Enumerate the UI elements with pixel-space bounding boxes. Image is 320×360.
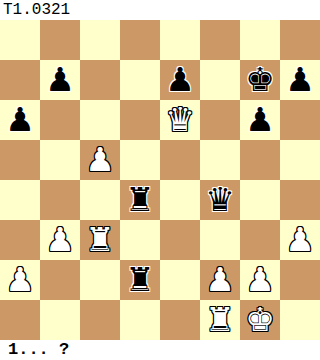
square-f7[interactable] bbox=[200, 60, 240, 100]
piece-black-pawn-b7[interactable]: ♟ bbox=[45, 60, 75, 100]
piece-white-pawn-a2[interactable]: ♟ bbox=[5, 260, 35, 300]
square-a8[interactable] bbox=[0, 20, 40, 60]
square-d8[interactable] bbox=[120, 20, 160, 60]
square-b1[interactable] bbox=[40, 300, 80, 340]
square-e8[interactable] bbox=[160, 20, 200, 60]
square-c8[interactable] bbox=[80, 20, 120, 60]
square-h3[interactable]: ♟ bbox=[280, 220, 320, 260]
square-e6[interactable]: ♛ bbox=[160, 100, 200, 140]
square-d4[interactable]: ♜ bbox=[120, 180, 160, 220]
status-bar: 1... ? bbox=[0, 340, 320, 360]
title-bar: T1.0321 bbox=[0, 0, 320, 20]
square-f1[interactable]: ♜ bbox=[200, 300, 240, 340]
piece-white-rook-c3[interactable]: ♜ bbox=[85, 220, 115, 260]
square-e4[interactable] bbox=[160, 180, 200, 220]
square-g8[interactable] bbox=[240, 20, 280, 60]
piece-white-pawn-f2[interactable]: ♟ bbox=[205, 260, 235, 300]
square-e5[interactable] bbox=[160, 140, 200, 180]
piece-white-king-g1[interactable]: ♚ bbox=[245, 300, 275, 340]
square-c7[interactable] bbox=[80, 60, 120, 100]
square-a3[interactable] bbox=[0, 220, 40, 260]
square-c4[interactable] bbox=[80, 180, 120, 220]
square-a6[interactable]: ♟ bbox=[0, 100, 40, 140]
square-d1[interactable] bbox=[120, 300, 160, 340]
square-b5[interactable] bbox=[40, 140, 80, 180]
square-f3[interactable] bbox=[200, 220, 240, 260]
square-a2[interactable]: ♟ bbox=[0, 260, 40, 300]
piece-white-pawn-b3[interactable]: ♟ bbox=[45, 220, 75, 260]
square-f4[interactable]: ♛ bbox=[200, 180, 240, 220]
square-e1[interactable] bbox=[160, 300, 200, 340]
square-a4[interactable] bbox=[0, 180, 40, 220]
square-a5[interactable] bbox=[0, 140, 40, 180]
square-f5[interactable] bbox=[200, 140, 240, 180]
square-h4[interactable] bbox=[280, 180, 320, 220]
square-e2[interactable] bbox=[160, 260, 200, 300]
square-g6[interactable]: ♟ bbox=[240, 100, 280, 140]
square-d6[interactable] bbox=[120, 100, 160, 140]
square-b7[interactable]: ♟ bbox=[40, 60, 80, 100]
move-prompt: 1... ? bbox=[8, 340, 69, 360]
square-c5[interactable]: ♟ bbox=[80, 140, 120, 180]
square-d5[interactable] bbox=[120, 140, 160, 180]
puzzle-id: T1.0321 bbox=[3, 0, 70, 20]
piece-black-pawn-e7[interactable]: ♟ bbox=[165, 60, 195, 100]
square-g5[interactable] bbox=[240, 140, 280, 180]
square-b2[interactable] bbox=[40, 260, 80, 300]
square-f6[interactable] bbox=[200, 100, 240, 140]
square-d7[interactable] bbox=[120, 60, 160, 100]
square-c1[interactable] bbox=[80, 300, 120, 340]
square-h8[interactable] bbox=[280, 20, 320, 60]
square-b3[interactable]: ♟ bbox=[40, 220, 80, 260]
square-e3[interactable] bbox=[160, 220, 200, 260]
piece-black-pawn-a6[interactable]: ♟ bbox=[5, 100, 35, 140]
square-g4[interactable] bbox=[240, 180, 280, 220]
piece-black-pawn-h7[interactable]: ♟ bbox=[285, 60, 315, 100]
piece-black-king-g7[interactable]: ♚ bbox=[245, 60, 275, 100]
square-c6[interactable] bbox=[80, 100, 120, 140]
piece-black-pawn-g6[interactable]: ♟ bbox=[245, 100, 275, 140]
square-g7[interactable]: ♚ bbox=[240, 60, 280, 100]
piece-white-rook-f1[interactable]: ♜ bbox=[205, 300, 235, 340]
square-d2[interactable]: ♜ bbox=[120, 260, 160, 300]
square-f8[interactable] bbox=[200, 20, 240, 60]
chess-board: ♟♟♚♟♟♛♟♟♜♛♟♜♟♟♜♟♟♜♚ bbox=[0, 20, 320, 340]
square-b4[interactable] bbox=[40, 180, 80, 220]
piece-white-pawn-g2[interactable]: ♟ bbox=[245, 260, 275, 300]
square-h7[interactable]: ♟ bbox=[280, 60, 320, 100]
square-a1[interactable] bbox=[0, 300, 40, 340]
square-e7[interactable]: ♟ bbox=[160, 60, 200, 100]
square-a7[interactable] bbox=[0, 60, 40, 100]
square-c3[interactable]: ♜ bbox=[80, 220, 120, 260]
square-b8[interactable] bbox=[40, 20, 80, 60]
piece-black-rook-d4[interactable]: ♜ bbox=[125, 180, 155, 220]
chess-puzzle-window: T1.0321 ♟♟♚♟♟♛♟♟♜♛♟♜♟♟♜♟♟♜♚ 1... ? bbox=[0, 0, 320, 360]
square-b6[interactable] bbox=[40, 100, 80, 140]
square-d3[interactable] bbox=[120, 220, 160, 260]
square-f2[interactable]: ♟ bbox=[200, 260, 240, 300]
square-g3[interactable] bbox=[240, 220, 280, 260]
piece-black-rook-d2[interactable]: ♜ bbox=[125, 260, 155, 300]
square-h1[interactable] bbox=[280, 300, 320, 340]
square-h2[interactable] bbox=[280, 260, 320, 300]
piece-white-queen-e6[interactable]: ♛ bbox=[165, 100, 195, 140]
square-h6[interactable] bbox=[280, 100, 320, 140]
square-g2[interactable]: ♟ bbox=[240, 260, 280, 300]
square-c2[interactable] bbox=[80, 260, 120, 300]
square-g1[interactable]: ♚ bbox=[240, 300, 280, 340]
piece-white-pawn-h3[interactable]: ♟ bbox=[285, 220, 315, 260]
piece-white-pawn-c5[interactable]: ♟ bbox=[85, 140, 115, 180]
piece-black-queen-f4[interactable]: ♛ bbox=[205, 180, 235, 220]
square-h5[interactable] bbox=[280, 140, 320, 180]
